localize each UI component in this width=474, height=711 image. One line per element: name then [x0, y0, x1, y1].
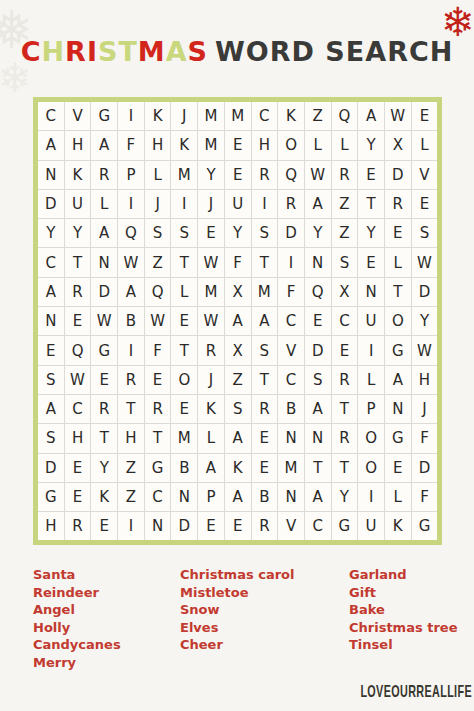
- grid-cell-r4c4: I: [118, 190, 144, 218]
- grid-cell-r1c3: G: [91, 102, 117, 130]
- grid-cell-r14c9: B: [252, 483, 278, 511]
- grid-cell-r6c2: T: [65, 248, 91, 276]
- word-list-item: Merry: [33, 654, 121, 672]
- grid-cell-r13c11: T: [305, 454, 331, 482]
- grid-cell-r15c4: I: [118, 512, 144, 540]
- title-letter: T: [118, 36, 137, 67]
- grid-cell-r7c10: F: [278, 278, 304, 306]
- title-letter: C: [21, 36, 42, 67]
- grid-cell-r9c9: S: [252, 336, 278, 364]
- grid-cell-r10c2: W: [65, 366, 91, 394]
- grid-cell-r6c1: C: [38, 248, 64, 276]
- grid-cell-r9c6: T: [171, 336, 197, 364]
- grid-cell-r14c1: G: [38, 483, 64, 511]
- grid-cell-r8c6: E: [171, 307, 197, 335]
- word-list-item: Gift: [349, 584, 457, 602]
- grid-cell-r11c6: E: [171, 395, 197, 423]
- word-search-board: CVGIKJMMCKZQAWEAHAFHKMEHOLLYXLNKRPLMYERQ…: [33, 97, 442, 545]
- grid-cell-r3c3: R: [91, 161, 117, 189]
- grid-cell-r13c8: K: [225, 454, 251, 482]
- grid-cell-r3c8: E: [225, 161, 251, 189]
- grid-cell-r10c14: A: [385, 366, 411, 394]
- word-list-item: Elves: [180, 619, 294, 637]
- grid-cell-r6c3: N: [91, 248, 117, 276]
- grid-cell-r5c8: Y: [225, 219, 251, 247]
- grid-cell-r4c2: U: [65, 190, 91, 218]
- grid-cell-r13c1: D: [38, 454, 64, 482]
- grid-cell-r15c13: U: [358, 512, 384, 540]
- word-list-item: Mistletoe: [180, 584, 294, 602]
- grid-cell-r6c5: Z: [145, 248, 171, 276]
- grid-cell-r9c8: X: [225, 336, 251, 364]
- grid-cell-r10c1: S: [38, 366, 64, 394]
- title-letter: H: [41, 36, 65, 67]
- grid-cell-r6c15: W: [412, 248, 438, 276]
- title-word-christmas: CHRISTMAS: [21, 36, 208, 67]
- grid-cell-r8c13: U: [358, 307, 384, 335]
- grid-cell-r5c10: D: [278, 219, 304, 247]
- grid-cell-r15c8: E: [225, 512, 251, 540]
- grid-cell-r10c10: C: [278, 366, 304, 394]
- grid-cell-r11c3: R: [91, 395, 117, 423]
- grid-cell-r1c13: A: [358, 102, 384, 130]
- grid-cell-r14c8: A: [225, 483, 251, 511]
- grid-cell-r5c7: E: [198, 219, 224, 247]
- grid-cell-r12c7: L: [198, 424, 224, 452]
- grid-cell-r1c4: I: [118, 102, 144, 130]
- grid-cell-r10c8: Z: [225, 366, 251, 394]
- grid-cell-r3c13: E: [358, 161, 384, 189]
- grid-cell-r11c14: N: [385, 395, 411, 423]
- grid-cell-r13c9: E: [252, 454, 278, 482]
- grid-cell-r5c12: Z: [332, 219, 358, 247]
- grid-cell-r2c12: L: [332, 131, 358, 159]
- grid-cell-r4c6: I: [171, 190, 197, 218]
- grid-cell-r12c12: R: [332, 424, 358, 452]
- grid-cell-r11c2: C: [65, 395, 91, 423]
- grid-cell-r5c3: A: [91, 219, 117, 247]
- grid-cell-r11c7: K: [198, 395, 224, 423]
- grid-cell-r3c4: P: [118, 161, 144, 189]
- grid-cell-r4c12: Z: [332, 190, 358, 218]
- word-list-item: Bake: [349, 601, 457, 619]
- grid-cell-r8c15: Y: [412, 307, 438, 335]
- title-letter: R: [65, 36, 87, 67]
- grid-cell-r9c2: Q: [65, 336, 91, 364]
- grid-cell-r10c3: E: [91, 366, 117, 394]
- grid-cell-r11c11: A: [305, 395, 331, 423]
- title-letter: A: [166, 36, 188, 67]
- grid-cell-r3c10: Q: [278, 161, 304, 189]
- grid-cell-r4c7: J: [198, 190, 224, 218]
- grid-cell-r5c9: S: [252, 219, 278, 247]
- grid-cell-r7c9: M: [252, 278, 278, 306]
- grid-cell-r11c1: A: [38, 395, 64, 423]
- grid-cell-r7c2: R: [65, 278, 91, 306]
- grid-cell-r8c8: A: [225, 307, 251, 335]
- grid-cell-r2c2: H: [65, 131, 91, 159]
- grid-cell-r5c15: S: [412, 219, 438, 247]
- grid-cell-r12c15: F: [412, 424, 438, 452]
- grid-cell-r15c1: H: [38, 512, 64, 540]
- grid-cell-r7c12: X: [332, 278, 358, 306]
- grid-cell-r13c10: M: [278, 454, 304, 482]
- grid-cell-r10c12: R: [332, 366, 358, 394]
- grid-cell-r9c4: I: [118, 336, 144, 364]
- grid-cell-r13c4: Z: [118, 454, 144, 482]
- worksheet-page: ❅ ❄ ❄ CHRISTMASWORD SEARCH CVGIKJMMCKZQA…: [0, 0, 474, 711]
- grid-cell-r11c4: T: [118, 395, 144, 423]
- grid-cell-r12c1: S: [38, 424, 64, 452]
- grid-cell-r15c15: G: [412, 512, 438, 540]
- grid-cell-r10c4: R: [118, 366, 144, 394]
- grid-cell-r14c14: L: [385, 483, 411, 511]
- grid-cell-r9c5: F: [145, 336, 171, 364]
- grid-cell-r9c11: D: [305, 336, 331, 364]
- grid-cell-r12c2: H: [65, 424, 91, 452]
- grid-cell-r11c10: B: [278, 395, 304, 423]
- grid-cell-r12c9: E: [252, 424, 278, 452]
- grid-cell-r3c14: D: [385, 161, 411, 189]
- grid-cell-r12c11: N: [305, 424, 331, 452]
- grid-cell-r5c5: S: [145, 219, 171, 247]
- grid-cell-r7c1: A: [38, 278, 64, 306]
- grid-cell-r14c2: E: [65, 483, 91, 511]
- grid-cell-r8c1: N: [38, 307, 64, 335]
- grid-cell-r12c8: A: [225, 424, 251, 452]
- word-list-item: Tinsel: [349, 636, 457, 654]
- grid-cell-r1c12: Q: [332, 102, 358, 130]
- grid-cell-r15c11: C: [305, 512, 331, 540]
- grid-cell-r14c13: I: [358, 483, 384, 511]
- grid-cell-r6c6: T: [171, 248, 197, 276]
- grid-cell-r4c8: U: [225, 190, 251, 218]
- grid-cell-r10c5: E: [145, 366, 171, 394]
- grid-cell-r9c14: G: [385, 336, 411, 364]
- grid-cell-r7c7: M: [198, 278, 224, 306]
- grid-cell-r1c5: K: [145, 102, 171, 130]
- grid-cell-r4c15: E: [412, 190, 438, 218]
- word-list-item: Cheer: [180, 636, 294, 654]
- grid-cell-r13c2: E: [65, 454, 91, 482]
- grid-cell-r11c9: R: [252, 395, 278, 423]
- grid-cell-r4c14: R: [385, 190, 411, 218]
- title-letter: S: [98, 36, 118, 67]
- grid-cell-r2c13: Y: [358, 131, 384, 159]
- word-list-item: Christmas carol: [180, 566, 294, 584]
- grid-cell-r15c12: G: [332, 512, 358, 540]
- grid-cell-r15c3: E: [91, 512, 117, 540]
- grid-cell-r11c5: R: [145, 395, 171, 423]
- grid-cell-r1c15: E: [412, 102, 438, 130]
- grid-cell-r5c14: E: [385, 219, 411, 247]
- brand-watermark: LOVEOURREALLIFE: [360, 682, 472, 700]
- grid-cell-r1c10: K: [278, 102, 304, 130]
- grid-cell-r8c3: W: [91, 307, 117, 335]
- grid-cell-r7c6: L: [171, 278, 197, 306]
- grid-cell-r4c3: L: [91, 190, 117, 218]
- grid-cell-r2c1: A: [38, 131, 64, 159]
- grid-cell-r3c11: W: [305, 161, 331, 189]
- grid-cell-r2c5: H: [145, 131, 171, 159]
- grid-cell-r8c7: W: [198, 307, 224, 335]
- grid-cell-r7c5: Q: [145, 278, 171, 306]
- grid-cell-r10c13: L: [358, 366, 384, 394]
- grid-cell-r15c14: K: [385, 512, 411, 540]
- grid-cell-r13c7: A: [198, 454, 224, 482]
- grid-cell-r5c4: Q: [118, 219, 144, 247]
- grid-cell-r6c12: S: [332, 248, 358, 276]
- grid-cell-r8c14: O: [385, 307, 411, 335]
- grid-cell-r5c1: Y: [38, 219, 64, 247]
- word-search-grid: CVGIKJMMCKZQAWEAHAFHKMEHOLLYXLNKRPLMYERQ…: [38, 102, 437, 540]
- grid-cell-r4c5: J: [145, 190, 171, 218]
- grid-cell-r7c3: D: [91, 278, 117, 306]
- word-list-item: Angel: [33, 601, 121, 619]
- grid-cell-r15c5: N: [145, 512, 171, 540]
- word-list-item: Holly: [33, 619, 121, 637]
- grid-cell-r3c15: V: [412, 161, 438, 189]
- grid-cell-r8c2: E: [65, 307, 91, 335]
- grid-cell-r14c11: A: [305, 483, 331, 511]
- grid-cell-r4c11: A: [305, 190, 331, 218]
- grid-cell-r1c14: W: [385, 102, 411, 130]
- grid-cell-r15c6: D: [171, 512, 197, 540]
- grid-cell-r9c15: W: [412, 336, 438, 364]
- grid-cell-r15c2: R: [65, 512, 91, 540]
- grid-cell-r8c9: A: [252, 307, 278, 335]
- grid-cell-r6c9: T: [252, 248, 278, 276]
- grid-cell-r2c4: F: [118, 131, 144, 159]
- grid-cell-r6c8: F: [225, 248, 251, 276]
- grid-cell-r15c10: V: [278, 512, 304, 540]
- grid-cell-r2c10: O: [278, 131, 304, 159]
- grid-cell-r2c15: L: [412, 131, 438, 159]
- grid-cell-r14c3: K: [91, 483, 117, 511]
- grid-cell-r1c11: Z: [305, 102, 331, 130]
- grid-cell-r10c11: S: [305, 366, 331, 394]
- grid-cell-r14c4: Z: [118, 483, 144, 511]
- grid-cell-r13c13: O: [358, 454, 384, 482]
- grid-cell-r5c2: Y: [65, 219, 91, 247]
- grid-cell-r5c13: Y: [358, 219, 384, 247]
- grid-cell-r12c13: O: [358, 424, 384, 452]
- grid-cell-r15c7: E: [198, 512, 224, 540]
- grid-cell-r7c4: A: [118, 278, 144, 306]
- grid-cell-r3c6: M: [171, 161, 197, 189]
- word-list-column-2: Christmas carolMistletoeSnowElvesCheer: [180, 566, 294, 654]
- grid-cell-r2c7: M: [198, 131, 224, 159]
- grid-cell-r8c10: C: [278, 307, 304, 335]
- grid-cell-r1c1: C: [38, 102, 64, 130]
- grid-cell-r14c10: N: [278, 483, 304, 511]
- grid-cell-r13c5: G: [145, 454, 171, 482]
- grid-cell-r2c8: E: [225, 131, 251, 159]
- grid-cell-r3c7: Y: [198, 161, 224, 189]
- grid-cell-r4c1: D: [38, 190, 64, 218]
- grid-cell-r2c6: K: [171, 131, 197, 159]
- grid-cell-r13c6: B: [171, 454, 197, 482]
- grid-cell-r6c14: L: [385, 248, 411, 276]
- grid-cell-r12c10: N: [278, 424, 304, 452]
- grid-cell-r12c4: H: [118, 424, 144, 452]
- grid-cell-r10c15: H: [412, 366, 438, 394]
- grid-cell-r12c5: T: [145, 424, 171, 452]
- grid-cell-r8c4: B: [118, 307, 144, 335]
- grid-cell-r12c14: G: [385, 424, 411, 452]
- title-letter: I: [87, 36, 98, 67]
- grid-cell-r14c5: C: [145, 483, 171, 511]
- grid-cell-r3c5: L: [145, 161, 171, 189]
- grid-cell-r5c6: S: [171, 219, 197, 247]
- page-title: CHRISTMASWORD SEARCH: [0, 36, 474, 67]
- grid-cell-r7c8: X: [225, 278, 251, 306]
- grid-cell-r13c12: T: [332, 454, 358, 482]
- grid-cell-r1c2: V: [65, 102, 91, 130]
- grid-cell-r12c3: T: [91, 424, 117, 452]
- word-list-column-3: GarlandGiftBakeChristmas treeTinsel: [349, 566, 457, 654]
- word-list-item: Christmas tree: [349, 619, 457, 637]
- grid-cell-r6c11: N: [305, 248, 331, 276]
- grid-cell-r13c14: E: [385, 454, 411, 482]
- grid-cell-r10c6: O: [171, 366, 197, 394]
- grid-cell-r6c7: W: [198, 248, 224, 276]
- grid-cell-r10c7: J: [198, 366, 224, 394]
- word-list-item: Reindeer: [33, 584, 121, 602]
- grid-cell-r6c13: E: [358, 248, 384, 276]
- grid-cell-r1c6: J: [171, 102, 197, 130]
- grid-cell-r7c15: D: [412, 278, 438, 306]
- grid-cell-r8c12: C: [332, 307, 358, 335]
- grid-cell-r1c7: M: [198, 102, 224, 130]
- grid-cell-r7c11: Q: [305, 278, 331, 306]
- grid-cell-r1c9: C: [252, 102, 278, 130]
- grid-cell-r4c13: T: [358, 190, 384, 218]
- grid-cell-r14c7: P: [198, 483, 224, 511]
- word-list-item: Garland: [349, 566, 457, 584]
- grid-cell-r14c15: F: [412, 483, 438, 511]
- word-list-item: Snow: [180, 601, 294, 619]
- grid-cell-r12c6: M: [171, 424, 197, 452]
- grid-cell-r2c3: A: [91, 131, 117, 159]
- grid-cell-r9c13: I: [358, 336, 384, 364]
- grid-cell-r4c9: I: [252, 190, 278, 218]
- grid-cell-r6c4: W: [118, 248, 144, 276]
- grid-cell-r8c5: W: [145, 307, 171, 335]
- grid-cell-r1c8: M: [225, 102, 251, 130]
- grid-cell-r3c12: R: [332, 161, 358, 189]
- grid-cell-r11c15: J: [412, 395, 438, 423]
- grid-cell-r15c9: R: [252, 512, 278, 540]
- word-list-item: Candycanes: [33, 636, 121, 654]
- word-list-item: Santa: [33, 566, 121, 584]
- grid-cell-r4c10: R: [278, 190, 304, 218]
- grid-cell-r9c10: V: [278, 336, 304, 364]
- grid-cell-r11c13: P: [358, 395, 384, 423]
- grid-cell-r13c3: Y: [91, 454, 117, 482]
- grid-cell-r3c9: R: [252, 161, 278, 189]
- grid-cell-r9c7: R: [198, 336, 224, 364]
- grid-cell-r9c3: G: [91, 336, 117, 364]
- grid-cell-r5c11: Y: [305, 219, 331, 247]
- grid-cell-r9c12: E: [332, 336, 358, 364]
- grid-cell-r10c9: T: [252, 366, 278, 394]
- grid-cell-r11c12: T: [332, 395, 358, 423]
- grid-cell-r9c1: E: [38, 336, 64, 364]
- grid-cell-r6c10: I: [278, 248, 304, 276]
- grid-cell-r2c11: L: [305, 131, 331, 159]
- title-word-wordsearch: WORD SEARCH: [215, 36, 453, 67]
- grid-cell-r7c13: N: [358, 278, 384, 306]
- grid-cell-r13c15: D: [412, 454, 438, 482]
- grid-cell-r3c2: K: [65, 161, 91, 189]
- grid-cell-r8c11: E: [305, 307, 331, 335]
- title-letter: M: [138, 36, 166, 67]
- grid-cell-r11c8: S: [225, 395, 251, 423]
- grid-cell-r14c12: Y: [332, 483, 358, 511]
- grid-cell-r7c14: T: [385, 278, 411, 306]
- word-list-column-1: SantaReindeerAngelHollyCandycanesMerry: [33, 566, 121, 672]
- grid-cell-r3c1: N: [38, 161, 64, 189]
- grid-cell-r14c6: N: [171, 483, 197, 511]
- grid-cell-r2c9: H: [252, 131, 278, 159]
- grid-cell-r2c14: X: [385, 131, 411, 159]
- title-letter: S: [188, 36, 208, 67]
